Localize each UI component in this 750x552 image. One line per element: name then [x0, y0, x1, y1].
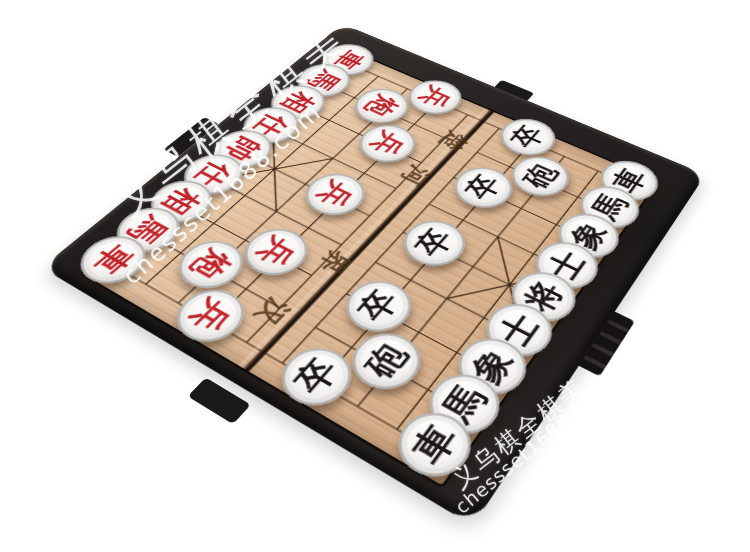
piece-glyph: 卒 [461, 171, 506, 203]
product-photo-stage: 楚河界汉車兵卒車馬炮砲馬相兵卒象仕士帥兵卒将仕士相兵卒象馬炮砲馬車兵卒車 义乌棋… [0, 0, 750, 552]
piece-glyph: 卒 [507, 123, 550, 152]
xiangqi-board: 楚河界汉車兵卒車馬炮砲馬相兵卒象仕士帥兵卒将仕士相兵卒象馬炮砲馬車兵卒車 [114, 64, 633, 453]
board-surface: 楚河界汉車兵卒車馬炮砲馬相兵卒象仕士帥兵卒将仕士相兵卒象馬炮砲馬車兵卒車 [82, 50, 657, 485]
piece-glyph: 兵 [183, 295, 237, 336]
piece-glyph: 卒 [411, 225, 459, 261]
piece-glyph: 兵 [414, 84, 456, 111]
piece-glyph: 卒 [289, 354, 345, 400]
piece-glyph: 兵 [365, 128, 409, 158]
piece-glyph: 砲 [518, 161, 562, 192]
piece-glyph: 砲 [359, 339, 413, 383]
piece-glyph: 炮 [360, 92, 403, 119]
piece-glyph: 炮 [185, 245, 237, 283]
piece-glyph: 車 [87, 241, 140, 278]
piece-glyph: 卒 [354, 286, 406, 326]
piece-glyph: 兵 [251, 233, 301, 270]
piece-glyph: 車 [406, 419, 463, 470]
piece-glyph: 兵 [311, 178, 358, 211]
